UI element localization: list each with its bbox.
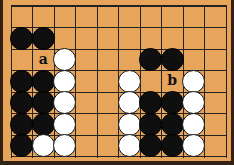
point-label-b: b <box>167 73 177 87</box>
board-point-c5r1 <box>119 28 141 50</box>
board-point-c4r6 <box>97 135 119 157</box>
board-point-c8r4 <box>183 92 205 114</box>
board-point-c9r3 <box>205 71 227 93</box>
board-point-c9r0 <box>205 6 227 28</box>
board-point-c7r1 <box>162 28 184 50</box>
board-point-c8r2 <box>183 49 205 71</box>
board-point-c3r1 <box>76 28 98 50</box>
board-point-c5r0 <box>119 6 141 28</box>
board-point-c2r0 <box>54 6 76 28</box>
board-point-c7r6 <box>162 135 184 157</box>
board-point-c0r5 <box>11 114 33 136</box>
board-point-c3r6 <box>76 135 98 157</box>
board-point-c5r3 <box>119 71 141 93</box>
board-point-c2r4 <box>54 92 76 114</box>
black-stone <box>139 91 162 114</box>
board-point-c0r0 <box>11 6 33 28</box>
white-stone <box>118 134 141 157</box>
board-point-c3r2 <box>76 49 98 71</box>
black-stone <box>10 134 33 157</box>
white-stone <box>53 48 76 71</box>
white-stone <box>53 134 76 157</box>
board-point-c3r4 <box>76 92 98 114</box>
board-point-c1r6 <box>33 135 55 157</box>
board-point-c8r0 <box>183 6 205 28</box>
go-board: ab <box>11 6 227 158</box>
board-point-c1r1 <box>33 28 55 50</box>
white-stone <box>118 113 141 136</box>
board-point-c0r4 <box>11 92 33 114</box>
white-stone <box>53 113 76 136</box>
board-point-c8r3 <box>183 71 205 93</box>
board-point-c3r5 <box>76 114 98 136</box>
black-stone <box>10 113 33 136</box>
black-stone <box>139 48 162 71</box>
black-stone <box>32 70 55 93</box>
black-stone <box>161 134 184 157</box>
board-point-c3r0 <box>76 6 98 28</box>
board-point-c4r1 <box>97 28 119 50</box>
board-point-c3r3 <box>76 71 98 93</box>
board-point-c6r4 <box>140 92 162 114</box>
board-point-c9r4 <box>205 92 227 114</box>
go-diagram: ab <box>0 0 234 165</box>
black-stone <box>161 48 184 71</box>
board-point-c6r5 <box>140 114 162 136</box>
board-point-c0r1 <box>11 28 33 50</box>
board-cells: ab <box>11 6 226 157</box>
board-edge-left <box>0 0 3 165</box>
board-point-c8r5 <box>183 114 205 136</box>
board-point-c9r5 <box>205 114 227 136</box>
black-stone <box>10 70 33 93</box>
board-point-c9r1 <box>205 28 227 50</box>
board-point-c2r6 <box>54 135 76 157</box>
board-point-c1r0 <box>33 6 55 28</box>
board-point-c7r5 <box>162 114 184 136</box>
board-point-c1r3 <box>33 71 55 93</box>
board-point-c0r6 <box>11 135 33 157</box>
white-stone <box>53 70 76 93</box>
board-point-c7r2 <box>162 49 184 71</box>
white-stone <box>182 113 205 136</box>
board-point-c2r3 <box>54 71 76 93</box>
board-point-c1r5 <box>33 114 55 136</box>
board-point-c8r6 <box>183 135 205 157</box>
black-stone <box>10 27 33 50</box>
board-point-c2r1 <box>54 28 76 50</box>
board-point-c4r4 <box>97 92 119 114</box>
board-point-c1r4 <box>33 92 55 114</box>
board-point-c4r2 <box>97 49 119 71</box>
board-point-c9r6 <box>205 135 227 157</box>
black-stone <box>161 113 184 136</box>
white-stone <box>118 91 141 114</box>
board-point-c6r6 <box>140 135 162 157</box>
black-stone <box>32 27 55 50</box>
board-edge-bottom <box>0 161 234 165</box>
black-stone <box>10 91 33 114</box>
white-stone <box>182 70 205 93</box>
board-point-c5r6 <box>119 135 141 157</box>
board-point-c4r0 <box>97 6 119 28</box>
board-point-c0r2 <box>11 49 33 71</box>
board-point-c6r3 <box>140 71 162 93</box>
white-stone <box>32 134 55 157</box>
board-point-c6r1 <box>140 28 162 50</box>
black-stone <box>32 91 55 114</box>
board-point-c9r2 <box>205 49 227 71</box>
black-stone <box>139 113 162 136</box>
board-point-c5r4 <box>119 92 141 114</box>
board-point-c6r0 <box>140 6 162 28</box>
board-point-c2r5 <box>54 114 76 136</box>
board-point-c4r3 <box>97 71 119 93</box>
black-stone <box>139 134 162 157</box>
white-stone <box>53 91 76 114</box>
white-stone <box>118 70 141 93</box>
board-point-c1r2: a <box>33 49 55 71</box>
board-point-c7r4 <box>162 92 184 114</box>
board-point-c0r3 <box>11 71 33 93</box>
board-point-c5r5 <box>119 114 141 136</box>
point-label-a: a <box>39 52 48 66</box>
board-point-c2r2 <box>54 49 76 71</box>
board-point-c7r0 <box>162 6 184 28</box>
board-point-c5r2 <box>119 49 141 71</box>
black-stone <box>32 113 55 136</box>
white-stone <box>182 91 205 114</box>
white-stone <box>182 134 205 157</box>
board-point-c7r3: b <box>162 71 184 93</box>
board-edge-right <box>231 0 234 165</box>
board-point-c4r5 <box>97 114 119 136</box>
black-stone <box>161 91 184 114</box>
board-point-c6r2 <box>140 49 162 71</box>
board-point-c8r1 <box>183 28 205 50</box>
